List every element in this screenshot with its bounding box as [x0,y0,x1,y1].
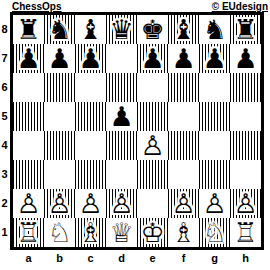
file-label-f: f [168,252,199,264]
square-f5[interactable] [168,102,199,131]
square-h8[interactable]: ♜ [230,15,261,44]
square-e5[interactable] [137,102,168,131]
square-f2[interactable]: ♙ [168,189,199,218]
square-e8[interactable]: ♚ [137,15,168,44]
square-c2[interactable]: ♙ [75,189,106,218]
piece-white-pawn[interactable]: ♙ [47,189,71,218]
square-d3[interactable] [106,160,137,189]
square-h7[interactable]: ♟ [230,44,261,73]
square-f3[interactable] [168,160,199,189]
square-g3[interactable] [199,160,230,189]
file-label-a: a [13,252,44,264]
rank-label-1: 1 [0,218,9,247]
square-c7[interactable]: ♟ [75,44,106,73]
piece-black-bishop[interactable]: ♝ [171,15,195,44]
piece-white-pawn[interactable]: ♙ [202,189,226,218]
piece-white-knight[interactable]: ♘ [202,218,226,247]
square-d2[interactable]: ♙ [106,189,137,218]
square-f4[interactable] [168,131,199,160]
piece-black-pawn[interactable]: ♟ [202,44,226,73]
square-b8[interactable]: ♞ [44,15,75,44]
rank-label-3: 3 [0,160,9,189]
square-f6[interactable] [168,73,199,102]
chessops-window: { "header": { "app_title": "ChessOps", "… [0,0,270,270]
square-e1[interactable]: ♔ [137,218,168,247]
square-h3[interactable] [230,160,261,189]
square-a7[interactable]: ♟ [13,44,44,73]
square-d1[interactable]: ♕ [106,218,137,247]
square-h6[interactable] [230,73,261,102]
square-b5[interactable] [44,102,75,131]
piece-black-pawn[interactable]: ♟ [78,44,102,73]
square-g1[interactable]: ♘ [199,218,230,247]
square-c4[interactable] [75,131,106,160]
square-a5[interactable] [13,102,44,131]
square-e4[interactable]: ♙ [137,131,168,160]
piece-white-queen[interactable]: ♕ [109,218,133,247]
square-e7[interactable]: ♟ [137,44,168,73]
app-title-link[interactable]: ChessOps [12,1,61,12]
rank-label-6: 6 [0,73,9,102]
file-label-b: b [44,252,75,264]
piece-white-pawn[interactable]: ♙ [109,189,133,218]
piece-white-rook[interactable]: ♖ [16,218,40,247]
square-b4[interactable] [44,131,75,160]
rank-label-4: 4 [0,131,9,160]
piece-black-pawn[interactable]: ♟ [47,44,71,73]
square-h1[interactable]: ♖ [230,218,261,247]
square-f8[interactable]: ♝ [168,15,199,44]
square-e6[interactable] [137,73,168,102]
piece-white-pawn[interactable]: ♙ [78,189,102,218]
file-label-d: d [106,252,137,264]
rank-label-8: 8 [0,15,9,44]
file-label-h: h [230,252,261,264]
square-d5[interactable]: ♟ [106,102,137,131]
square-b6[interactable] [44,73,75,102]
credit-link[interactable]: © EUdesign [212,1,268,12]
square-a2[interactable]: ♙ [13,189,44,218]
piece-white-pawn[interactable]: ♙ [140,131,164,160]
rank-label-7: 7 [0,44,9,73]
rank-label-2: 2 [0,189,9,218]
square-g2[interactable]: ♙ [199,189,230,218]
piece-white-king[interactable]: ♔ [140,218,164,247]
piece-black-pawn[interactable]: ♟ [140,44,164,73]
piece-black-bishop[interactable]: ♝ [78,15,102,44]
square-b7[interactable]: ♟ [44,44,75,73]
piece-white-bishop[interactable]: ♗ [78,218,102,247]
square-a3[interactable] [13,160,44,189]
square-a8[interactable]: ♜ [13,15,44,44]
square-h4[interactable] [230,131,261,160]
square-d4[interactable] [106,131,137,160]
square-a6[interactable] [13,73,44,102]
piece-white-knight[interactable]: ♘ [47,218,71,247]
piece-black-pawn[interactable]: ♟ [109,102,133,131]
square-c5[interactable] [75,102,106,131]
square-c8[interactable]: ♝ [75,15,106,44]
square-g7[interactable]: ♟ [199,44,230,73]
square-f7[interactable]: ♟ [168,44,199,73]
square-c1[interactable]: ♗ [75,218,106,247]
file-label-c: c [75,252,106,264]
square-d8[interactable]: ♛ [106,15,137,44]
square-a1[interactable]: ♖ [13,218,44,247]
piece-white-pawn[interactable]: ♙ [171,189,195,218]
square-g4[interactable] [199,131,230,160]
piece-black-knight[interactable]: ♞ [47,15,71,44]
piece-black-pawn[interactable]: ♟ [16,44,40,73]
piece-black-queen[interactable]: ♛ [109,15,133,44]
chess-board: ♜♞♝♛♚♝♞♜♟♟♟♟♟♟♟♟♙♙♙♙♙♙♙♙♖♘♗♕♔♗♘♖ [10,12,264,250]
square-g5[interactable] [199,102,230,131]
piece-black-rook[interactable]: ♜ [233,15,257,44]
piece-black-pawn[interactable]: ♟ [171,44,195,73]
square-g8[interactable]: ♞ [199,15,230,44]
piece-white-rook[interactable]: ♖ [233,218,257,247]
square-e3[interactable] [137,160,168,189]
square-c6[interactable] [75,73,106,102]
piece-black-knight[interactable]: ♞ [202,15,226,44]
square-b3[interactable] [44,160,75,189]
piece-white-bishop[interactable]: ♗ [171,218,195,247]
square-f1[interactable]: ♗ [168,218,199,247]
piece-white-pawn[interactable]: ♙ [233,189,257,218]
piece-black-pawn[interactable]: ♟ [233,44,257,73]
square-b1[interactable]: ♘ [44,218,75,247]
square-h2[interactable]: ♙ [230,189,261,218]
square-h5[interactable] [230,102,261,131]
square-b2[interactable]: ♙ [44,189,75,218]
file-label-e: e [137,252,168,264]
square-d7[interactable] [106,44,137,73]
rank-label-5: 5 [0,102,9,131]
square-e2[interactable] [137,189,168,218]
file-label-g: g [199,252,230,264]
piece-black-rook[interactable]: ♜ [16,15,40,44]
square-a4[interactable] [13,131,44,160]
piece-black-king[interactable]: ♚ [140,15,164,44]
square-g6[interactable] [199,73,230,102]
piece-white-pawn[interactable]: ♙ [16,189,40,218]
square-d6[interactable] [106,73,137,102]
square-c3[interactable] [75,160,106,189]
